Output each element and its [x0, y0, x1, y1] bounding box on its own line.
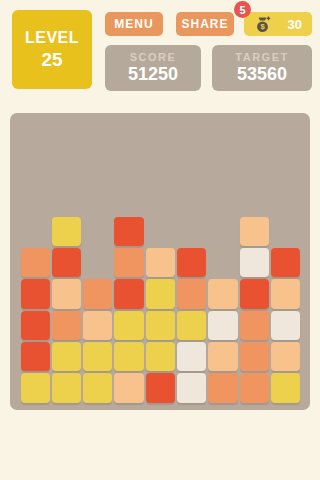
- score-value: 51250: [128, 64, 178, 85]
- tile-red[interactable]: [21, 311, 50, 340]
- empty-cell: [21, 186, 50, 215]
- money-bag-plus-icon: $: [254, 16, 271, 33]
- tile-white[interactable]: [208, 311, 237, 340]
- level-value: 25: [41, 48, 62, 72]
- share-notification-badge: 5: [234, 1, 251, 18]
- tile-yellow[interactable]: [271, 373, 300, 402]
- tile-orange[interactable]: [240, 311, 269, 340]
- empty-cell: [146, 217, 175, 246]
- empty-cell: [83, 217, 112, 246]
- tile-yellow[interactable]: [177, 311, 206, 340]
- tile-red[interactable]: [240, 279, 269, 308]
- share-button[interactable]: SHARE: [176, 12, 234, 36]
- level-box: LEVEL 25: [12, 10, 92, 89]
- tile-peach[interactable]: [208, 342, 237, 371]
- empty-cell: [177, 186, 206, 215]
- empty-cell: [83, 186, 112, 215]
- empty-cell: [177, 154, 206, 183]
- empty-cell: [240, 154, 269, 183]
- tile-peach[interactable]: [114, 373, 143, 402]
- empty-cell: [208, 248, 237, 277]
- empty-cell: [208, 154, 237, 183]
- game-board: [10, 113, 310, 410]
- tile-peach[interactable]: [83, 311, 112, 340]
- empty-cell: [240, 186, 269, 215]
- empty-cell: [83, 123, 112, 152]
- empty-cell: [83, 248, 112, 277]
- tile-yellow[interactable]: [83, 373, 112, 402]
- tile-white[interactable]: [177, 342, 206, 371]
- empty-cell: [21, 154, 50, 183]
- tile-red[interactable]: [177, 248, 206, 277]
- empty-cell: [240, 123, 269, 152]
- tile-orange[interactable]: [52, 311, 81, 340]
- empty-cell: [21, 123, 50, 152]
- target-value: 53560: [237, 64, 287, 85]
- tile-red[interactable]: [271, 248, 300, 277]
- empty-cell: [208, 186, 237, 215]
- tile-red[interactable]: [114, 217, 143, 246]
- tile-peach[interactable]: [208, 279, 237, 308]
- tile-peach[interactable]: [146, 248, 175, 277]
- tile-red[interactable]: [21, 342, 50, 371]
- tile-white[interactable]: [177, 373, 206, 402]
- tile-white[interactable]: [240, 248, 269, 277]
- tile-yellow[interactable]: [114, 342, 143, 371]
- tile-orange[interactable]: [83, 279, 112, 308]
- empty-cell: [146, 123, 175, 152]
- tile-peach[interactable]: [271, 342, 300, 371]
- tile-orange[interactable]: [114, 248, 143, 277]
- tile-yellow[interactable]: [146, 279, 175, 308]
- empty-cell: [271, 123, 300, 152]
- target-box: TARGET 53560: [212, 45, 312, 91]
- coin-count: 30: [288, 17, 302, 32]
- empty-cell: [114, 186, 143, 215]
- tile-yellow[interactable]: [83, 342, 112, 371]
- empty-cell: [271, 154, 300, 183]
- empty-cell: [114, 123, 143, 152]
- tile-red[interactable]: [21, 279, 50, 308]
- empty-cell: [208, 123, 237, 152]
- tile-red[interactable]: [146, 373, 175, 402]
- empty-cell: [146, 154, 175, 183]
- empty-cell: [114, 154, 143, 183]
- score-label: SCORE: [130, 51, 177, 63]
- tile-orange[interactable]: [21, 248, 50, 277]
- empty-cell: [52, 123, 81, 152]
- empty-cell: [177, 123, 206, 152]
- tile-white[interactable]: [271, 311, 300, 340]
- tile-red[interactable]: [114, 279, 143, 308]
- tile-orange[interactable]: [177, 279, 206, 308]
- tile-yellow[interactable]: [52, 373, 81, 402]
- target-label: TARGET: [235, 51, 288, 63]
- empty-cell: [52, 154, 81, 183]
- tile-peach[interactable]: [240, 217, 269, 246]
- board-grid: [21, 123, 301, 403]
- game-screen: LEVEL 25 MENU SHARE 5 $ 30 SCORE 51250 T…: [0, 0, 320, 480]
- empty-cell: [271, 186, 300, 215]
- empty-cell: [21, 217, 50, 246]
- coin-purchase-button[interactable]: $ 30: [244, 12, 312, 36]
- empty-cell: [208, 217, 237, 246]
- tile-red[interactable]: [52, 248, 81, 277]
- tile-orange[interactable]: [240, 342, 269, 371]
- tile-yellow[interactable]: [52, 342, 81, 371]
- empty-cell: [83, 154, 112, 183]
- empty-cell: [146, 186, 175, 215]
- tile-yellow[interactable]: [146, 311, 175, 340]
- tile-yellow[interactable]: [146, 342, 175, 371]
- empty-cell: [52, 186, 81, 215]
- score-box: SCORE 51250: [105, 45, 201, 91]
- level-label: LEVEL: [25, 28, 79, 48]
- tile-yellow[interactable]: [52, 217, 81, 246]
- menu-button[interactable]: MENU: [105, 12, 163, 36]
- tile-yellow[interactable]: [21, 373, 50, 402]
- empty-cell: [271, 217, 300, 246]
- tile-orange[interactable]: [240, 373, 269, 402]
- tile-peach[interactable]: [271, 279, 300, 308]
- empty-cell: [177, 217, 206, 246]
- tile-orange[interactable]: [208, 373, 237, 402]
- tile-peach[interactable]: [52, 279, 81, 308]
- tile-yellow[interactable]: [114, 311, 143, 340]
